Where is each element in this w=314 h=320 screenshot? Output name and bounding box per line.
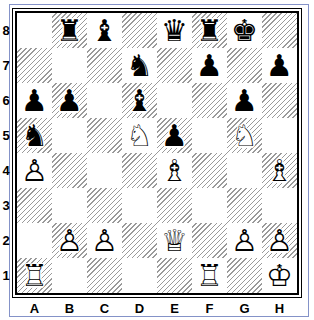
- piece-outline-layer: ♙: [87, 223, 122, 258]
- piece-white-rook-f1: ♜♖: [192, 258, 227, 293]
- square-g5: ♞♘: [227, 118, 262, 153]
- file-label-b: B: [52, 298, 87, 318]
- piece-black-rook-f8: ♜: [192, 13, 227, 48]
- piece-black-queen-e8: ♛: [157, 13, 192, 48]
- square-d5: ♞♘: [122, 118, 157, 153]
- piece-outline-layer: ♙: [52, 223, 87, 258]
- piece-glyph: ♞: [122, 48, 157, 83]
- piece-outline-layer: ♗: [262, 153, 297, 188]
- square-d7: ♞: [122, 48, 157, 83]
- square-a8: [17, 13, 52, 48]
- piece-white-rook-a1: ♜♖: [17, 258, 52, 293]
- square-a3: [17, 188, 52, 223]
- square-e4: ♝♗: [157, 153, 192, 188]
- rank-label-3: 3: [0, 188, 12, 223]
- square-g8: ♚: [227, 13, 262, 48]
- piece-white-pawn-b2: ♟♙: [52, 223, 87, 258]
- piece-white-pawn-c2: ♟♙: [87, 223, 122, 258]
- square-a5: ♞: [17, 118, 52, 153]
- piece-black-pawn-e5: ♟: [157, 118, 192, 153]
- square-c3: [87, 188, 122, 223]
- square-c8: ♝: [87, 13, 122, 48]
- piece-glyph: ♟: [227, 83, 262, 118]
- square-b5: [52, 118, 87, 153]
- square-d3: [122, 188, 157, 223]
- piece-glyph: ♟: [157, 118, 192, 153]
- square-f1: ♜♖: [192, 258, 227, 293]
- piece-glyph: ♟: [17, 83, 52, 118]
- square-h6: [262, 83, 297, 118]
- square-e8: ♛: [157, 13, 192, 48]
- square-c2: ♟♙: [87, 223, 122, 258]
- square-h7: ♟: [262, 48, 297, 83]
- square-h8: [262, 13, 297, 48]
- square-f2: [192, 223, 227, 258]
- square-b7: [52, 48, 87, 83]
- piece-white-pawn-h2: ♟♙: [262, 223, 297, 258]
- piece-black-pawn-g6: ♟: [227, 83, 262, 118]
- piece-outline-layer: ♘: [122, 118, 157, 153]
- file-label-a: A: [17, 298, 52, 318]
- piece-black-bishop-d6: ♝: [122, 83, 157, 118]
- piece-black-pawn-h7: ♟: [262, 48, 297, 83]
- rank-label-8: 8: [0, 13, 12, 48]
- square-h5: [262, 118, 297, 153]
- piece-white-queen-e2: ♛♕: [157, 223, 192, 258]
- piece-glyph: ♜: [192, 13, 227, 48]
- piece-glyph: ♝: [122, 83, 157, 118]
- square-h1: ♚♔: [262, 258, 297, 293]
- rank-label-5: 5: [0, 118, 12, 153]
- board-squares: ♜♝♛♜♚♞♟♟♟♟♝♟♞♞♘♟♞♘♟♙♝♗♝♗♟♙♟♙♛♕♟♙♟♙♜♖♜♖♚♔: [17, 13, 297, 293]
- square-g1: [227, 258, 262, 293]
- piece-glyph: ♟: [192, 48, 227, 83]
- rank-labels: 87654321: [0, 13, 12, 293]
- square-g4: [227, 153, 262, 188]
- piece-outline-layer: ♕: [157, 223, 192, 258]
- square-f4: [192, 153, 227, 188]
- square-f8: ♜: [192, 13, 227, 48]
- piece-white-pawn-a4: ♟♙: [17, 153, 52, 188]
- piece-black-rook-b8: ♜: [52, 13, 87, 48]
- square-b6: ♟: [52, 83, 87, 118]
- square-b1: [52, 258, 87, 293]
- board-inner-border: ♜♝♛♜♚♞♟♟♟♟♝♟♞♞♘♟♞♘♟♙♝♗♝♗♟♙♟♙♛♕♟♙♟♙♜♖♜♖♚♔: [15, 11, 299, 295]
- square-c7: [87, 48, 122, 83]
- square-g3: [227, 188, 262, 223]
- square-c6: [87, 83, 122, 118]
- piece-white-bishop-e4: ♝♗: [157, 153, 192, 188]
- piece-black-pawn-b6: ♟: [52, 83, 87, 118]
- rank-label-1: 1: [0, 258, 12, 293]
- square-b3: [52, 188, 87, 223]
- square-a1: ♜♖: [17, 258, 52, 293]
- square-e6: [157, 83, 192, 118]
- square-d1: [122, 258, 157, 293]
- piece-white-knight-g5: ♞♘: [227, 118, 262, 153]
- piece-glyph: ♝: [87, 13, 122, 48]
- file-label-e: E: [157, 298, 192, 318]
- piece-outline-layer: ♗: [157, 153, 192, 188]
- square-e5: ♟: [157, 118, 192, 153]
- file-labels: ABCDEFGH: [17, 298, 297, 318]
- piece-black-knight-a5: ♞: [17, 118, 52, 153]
- file-label-c: C: [87, 298, 122, 318]
- chess-board: ♜♝♛♜♚♞♟♟♟♟♝♟♞♞♘♟♞♘♟♙♝♗♝♗♟♙♟♙♛♕♟♙♟♙♜♖♜♖♚♔: [12, 8, 302, 298]
- piece-outline-layer: ♙: [262, 223, 297, 258]
- square-d6: ♝: [122, 83, 157, 118]
- rank-label-7: 7: [0, 48, 12, 83]
- piece-black-king-g8: ♚: [227, 13, 262, 48]
- square-a6: ♟: [17, 83, 52, 118]
- file-label-g: G: [227, 298, 262, 318]
- piece-outline-layer: ♔: [262, 258, 297, 293]
- file-label-h: H: [262, 298, 297, 318]
- square-a2: [17, 223, 52, 258]
- file-label-f: F: [192, 298, 227, 318]
- square-a4: ♟♙: [17, 153, 52, 188]
- square-f7: ♟: [192, 48, 227, 83]
- piece-outline-layer: ♙: [17, 153, 52, 188]
- square-e2: ♛♕: [157, 223, 192, 258]
- square-d8: [122, 13, 157, 48]
- square-e3: [157, 188, 192, 223]
- piece-glyph: ♞: [17, 118, 52, 153]
- square-h3: [262, 188, 297, 223]
- piece-outline-layer: ♖: [192, 258, 227, 293]
- piece-glyph: ♜: [52, 13, 87, 48]
- square-e7: [157, 48, 192, 83]
- file-label-d: D: [122, 298, 157, 318]
- square-h2: ♟♙: [262, 223, 297, 258]
- piece-outline-layer: ♘: [227, 118, 262, 153]
- square-d4: [122, 153, 157, 188]
- piece-white-bishop-h4: ♝♗: [262, 153, 297, 188]
- square-c5: [87, 118, 122, 153]
- rank-label-4: 4: [0, 153, 12, 188]
- square-d2: [122, 223, 157, 258]
- square-g7: [227, 48, 262, 83]
- square-a7: [17, 48, 52, 83]
- square-c4: [87, 153, 122, 188]
- piece-glyph: ♟: [262, 48, 297, 83]
- piece-black-pawn-f7: ♟: [192, 48, 227, 83]
- piece-white-king-h1: ♚♔: [262, 258, 297, 293]
- square-g6: ♟: [227, 83, 262, 118]
- square-b4: [52, 153, 87, 188]
- square-b2: ♟♙: [52, 223, 87, 258]
- piece-outline-layer: ♙: [227, 223, 262, 258]
- rank-label-2: 2: [0, 223, 12, 258]
- piece-black-knight-d7: ♞: [122, 48, 157, 83]
- piece-white-knight-d5: ♞♘: [122, 118, 157, 153]
- piece-outline-layer: ♖: [17, 258, 52, 293]
- piece-white-pawn-g2: ♟♙: [227, 223, 262, 258]
- square-b8: ♜: [52, 13, 87, 48]
- piece-glyph: ♟: [52, 83, 87, 118]
- piece-black-bishop-c8: ♝: [87, 13, 122, 48]
- square-f3: [192, 188, 227, 223]
- rank-label-6: 6: [0, 83, 12, 118]
- square-g2: ♟♙: [227, 223, 262, 258]
- piece-glyph: ♚: [227, 13, 262, 48]
- piece-glyph: ♛: [157, 13, 192, 48]
- square-h4: ♝♗: [262, 153, 297, 188]
- square-f6: [192, 83, 227, 118]
- square-c1: [87, 258, 122, 293]
- square-e1: [157, 258, 192, 293]
- square-f5: [192, 118, 227, 153]
- piece-black-pawn-a6: ♟: [17, 83, 52, 118]
